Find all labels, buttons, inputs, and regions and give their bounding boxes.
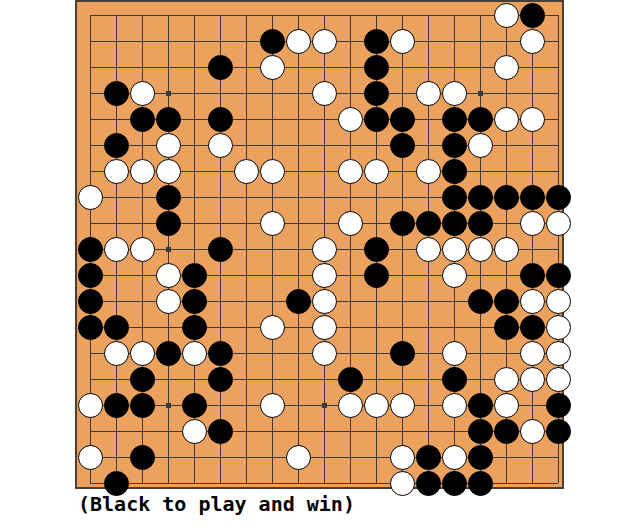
black-stone[interactable] (208, 419, 233, 444)
white-stone[interactable] (130, 237, 155, 262)
black-stone[interactable] (130, 107, 155, 132)
black-stone[interactable] (442, 367, 467, 392)
white-stone[interactable] (260, 315, 285, 340)
white-stone[interactable] (494, 3, 519, 28)
white-stone[interactable] (416, 159, 441, 184)
white-stone[interactable] (260, 55, 285, 80)
grid-line (532, 15, 533, 483)
white-stone[interactable] (546, 367, 571, 392)
white-stone[interactable] (546, 211, 571, 236)
white-stone[interactable] (312, 81, 337, 106)
black-stone[interactable] (78, 237, 103, 262)
white-stone[interactable] (104, 159, 129, 184)
black-stone[interactable] (130, 445, 155, 470)
white-stone[interactable] (156, 263, 181, 288)
white-stone[interactable] (390, 471, 415, 496)
white-stone[interactable] (546, 315, 571, 340)
white-stone[interactable] (234, 159, 259, 184)
white-stone[interactable] (260, 211, 285, 236)
black-stone[interactable] (260, 29, 285, 54)
black-stone[interactable] (468, 289, 493, 314)
white-stone[interactable] (520, 29, 545, 54)
white-stone[interactable] (312, 237, 337, 262)
black-stone[interactable] (546, 263, 571, 288)
white-stone[interactable] (494, 237, 519, 262)
black-stone[interactable] (494, 419, 519, 444)
black-stone[interactable] (208, 55, 233, 80)
white-stone[interactable] (130, 159, 155, 184)
black-stone[interactable] (156, 107, 181, 132)
black-stone[interactable] (364, 29, 389, 54)
white-stone[interactable] (390, 445, 415, 470)
black-stone[interactable] (390, 107, 415, 132)
black-stone[interactable] (468, 471, 493, 496)
white-stone[interactable] (494, 107, 519, 132)
black-stone[interactable] (390, 211, 415, 236)
black-stone[interactable] (442, 471, 467, 496)
black-stone[interactable] (442, 133, 467, 158)
black-stone[interactable] (338, 367, 363, 392)
grid-line (90, 379, 558, 380)
black-stone[interactable] (442, 185, 467, 210)
black-stone[interactable] (286, 289, 311, 314)
black-stone[interactable] (520, 185, 545, 210)
black-stone[interactable] (364, 55, 389, 80)
white-stone[interactable] (364, 159, 389, 184)
black-stone[interactable] (416, 211, 441, 236)
hoshi-point (166, 91, 171, 96)
white-stone[interactable] (338, 159, 363, 184)
hoshi-point (166, 403, 171, 408)
black-stone[interactable] (468, 393, 493, 418)
white-stone[interactable] (364, 393, 389, 418)
white-stone[interactable] (520, 211, 545, 236)
white-stone[interactable] (182, 341, 207, 366)
white-stone[interactable] (286, 445, 311, 470)
black-stone[interactable] (520, 3, 545, 28)
white-stone[interactable] (520, 367, 545, 392)
black-stone[interactable] (520, 315, 545, 340)
black-stone[interactable] (182, 393, 207, 418)
black-stone[interactable] (546, 393, 571, 418)
black-stone[interactable] (442, 159, 467, 184)
white-stone[interactable] (494, 367, 519, 392)
white-stone[interactable] (260, 159, 285, 184)
white-stone[interactable] (104, 341, 129, 366)
black-stone[interactable] (208, 341, 233, 366)
white-stone[interactable] (338, 211, 363, 236)
black-stone[interactable] (416, 445, 441, 470)
white-stone[interactable] (494, 55, 519, 80)
black-stone[interactable] (468, 185, 493, 210)
white-stone[interactable] (338, 107, 363, 132)
black-stone[interactable] (104, 393, 129, 418)
black-stone[interactable] (468, 211, 493, 236)
black-stone[interactable] (468, 419, 493, 444)
black-stone[interactable] (494, 315, 519, 340)
go-board[interactable] (75, 0, 564, 489)
hoshi-point (478, 91, 483, 96)
black-stone[interactable] (364, 107, 389, 132)
white-stone[interactable] (312, 29, 337, 54)
white-stone[interactable] (156, 159, 181, 184)
white-stone[interactable] (546, 289, 571, 314)
black-stone[interactable] (364, 263, 389, 288)
white-stone[interactable] (260, 393, 285, 418)
black-stone[interactable] (156, 211, 181, 236)
white-stone[interactable] (338, 393, 363, 418)
white-stone[interactable] (442, 263, 467, 288)
black-stone[interactable] (78, 289, 103, 314)
black-stone[interactable] (78, 263, 103, 288)
white-stone[interactable] (312, 263, 337, 288)
white-stone[interactable] (78, 445, 103, 470)
black-stone[interactable] (416, 471, 441, 496)
black-stone[interactable] (520, 263, 545, 288)
white-stone[interactable] (156, 133, 181, 158)
black-stone[interactable] (182, 315, 207, 340)
white-stone[interactable] (520, 107, 545, 132)
white-stone[interactable] (468, 133, 493, 158)
black-stone[interactable] (104, 133, 129, 158)
black-stone[interactable] (130, 393, 155, 418)
caption: (Black to play and win) (78, 492, 355, 516)
black-stone[interactable] (182, 263, 207, 288)
white-stone[interactable] (312, 341, 337, 366)
black-stone[interactable] (390, 341, 415, 366)
hoshi-point (166, 247, 171, 252)
white-stone[interactable] (390, 29, 415, 54)
black-stone[interactable] (468, 445, 493, 470)
white-stone[interactable] (520, 419, 545, 444)
white-stone[interactable] (468, 237, 493, 262)
black-stone[interactable] (442, 107, 467, 132)
white-stone[interactable] (312, 289, 337, 314)
black-stone[interactable] (208, 367, 233, 392)
white-stone[interactable] (442, 237, 467, 262)
white-stone[interactable] (78, 393, 103, 418)
black-stone[interactable] (468, 107, 493, 132)
white-stone[interactable] (442, 393, 467, 418)
black-stone[interactable] (494, 185, 519, 210)
white-stone[interactable] (546, 341, 571, 366)
black-stone[interactable] (546, 419, 571, 444)
white-stone[interactable] (494, 393, 519, 418)
white-stone[interactable] (442, 341, 467, 366)
white-stone[interactable] (104, 237, 129, 262)
white-stone[interactable] (312, 315, 337, 340)
black-stone[interactable] (442, 211, 467, 236)
black-stone[interactable] (208, 237, 233, 262)
black-stone[interactable] (364, 81, 389, 106)
white-stone[interactable] (130, 341, 155, 366)
white-stone[interactable] (390, 393, 415, 418)
hoshi-point (322, 403, 327, 408)
black-stone[interactable] (390, 133, 415, 158)
white-stone[interactable] (416, 237, 441, 262)
white-stone[interactable] (442, 445, 467, 470)
black-stone[interactable] (546, 185, 571, 210)
white-stone[interactable] (78, 185, 103, 210)
white-stone[interactable] (442, 81, 467, 106)
black-stone[interactable] (494, 289, 519, 314)
black-stone[interactable] (156, 341, 181, 366)
white-stone[interactable] (130, 81, 155, 106)
black-stone[interactable] (130, 367, 155, 392)
white-stone[interactable] (520, 289, 545, 314)
white-stone[interactable] (416, 81, 441, 106)
black-stone[interactable] (104, 81, 129, 106)
white-stone[interactable] (520, 341, 545, 366)
black-stone[interactable] (364, 237, 389, 262)
white-stone[interactable] (182, 419, 207, 444)
white-stone[interactable] (156, 289, 181, 314)
black-stone[interactable] (208, 107, 233, 132)
black-stone[interactable] (156, 185, 181, 210)
black-stone[interactable] (78, 315, 103, 340)
black-stone[interactable] (182, 289, 207, 314)
black-stone[interactable] (104, 315, 129, 340)
white-stone[interactable] (286, 29, 311, 54)
white-stone[interactable] (208, 133, 233, 158)
